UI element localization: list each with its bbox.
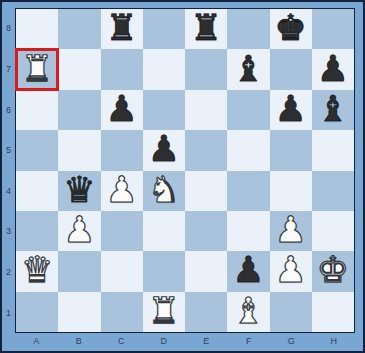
- file-label-h: H: [313, 333, 356, 349]
- rank-label-5: 5: [2, 130, 15, 171]
- file-label-c: C: [100, 333, 143, 349]
- square-g8[interactable]: ♚: [270, 9, 312, 49]
- white-bishop-f1[interactable]: ♝: [232, 293, 264, 329]
- square-e7[interactable]: [185, 49, 227, 89]
- white-pawn-b3[interactable]: ♟: [63, 212, 95, 248]
- square-a6[interactable]: [16, 90, 58, 130]
- square-e1[interactable]: [185, 292, 227, 332]
- file-label-a: A: [15, 333, 58, 349]
- file-label-e: E: [185, 333, 228, 349]
- square-b3[interactable]: ♟: [58, 211, 100, 251]
- black-bishop-h6[interactable]: ♝: [317, 91, 349, 127]
- square-b1[interactable]: [58, 292, 100, 332]
- rank-label-6: 6: [2, 89, 15, 130]
- white-pawn-c4[interactable]: ♟: [105, 172, 137, 208]
- square-h5[interactable]: [312, 130, 354, 170]
- file-label-f: F: [228, 333, 271, 349]
- square-a8[interactable]: [16, 9, 58, 49]
- square-a1[interactable]: [16, 292, 58, 332]
- file-label-d: D: [143, 333, 186, 349]
- square-h6[interactable]: ♝: [312, 90, 354, 130]
- chessboard-frame: 87654321 ♜♜♚♜♝♟♟♟♝♟♛♟♞♟♟♛♟♟♚♜♝ ABCDEFGH: [0, 0, 365, 353]
- square-f3[interactable]: [227, 211, 269, 251]
- white-pawn-g3[interactable]: ♟: [274, 212, 306, 248]
- square-b6[interactable]: [58, 90, 100, 130]
- white-king-h2[interactable]: ♚: [317, 252, 349, 288]
- white-queen-a2[interactable]: ♛: [21, 252, 53, 288]
- rank-label-3: 3: [2, 211, 15, 252]
- square-b5[interactable]: [58, 130, 100, 170]
- square-a2[interactable]: ♛: [16, 251, 58, 291]
- square-g3[interactable]: ♟: [270, 211, 312, 251]
- square-f5[interactable]: [227, 130, 269, 170]
- square-d7[interactable]: [143, 49, 185, 89]
- square-h1[interactable]: [312, 292, 354, 332]
- square-g4[interactable]: [270, 171, 312, 211]
- black-pawn-d5[interactable]: ♟: [148, 131, 180, 167]
- black-queen-b4[interactable]: ♛: [63, 172, 95, 208]
- square-a7-highlighted[interactable]: ♜: [16, 49, 58, 89]
- square-b4[interactable]: ♛: [58, 171, 100, 211]
- square-c7[interactable]: [101, 49, 143, 89]
- square-e4[interactable]: [185, 171, 227, 211]
- square-d8[interactable]: [143, 9, 185, 49]
- square-d4[interactable]: ♞: [143, 171, 185, 211]
- rank-label-8: 8: [2, 8, 15, 49]
- square-a4[interactable]: [16, 171, 58, 211]
- square-a5[interactable]: [16, 130, 58, 170]
- square-d2[interactable]: [143, 251, 185, 291]
- square-g7[interactable]: [270, 49, 312, 89]
- square-d5[interactable]: ♟: [143, 130, 185, 170]
- file-labels: ABCDEFGH: [15, 333, 355, 349]
- square-g5[interactable]: [270, 130, 312, 170]
- square-f4[interactable]: [227, 171, 269, 211]
- square-c5[interactable]: [101, 130, 143, 170]
- file-label-g: G: [270, 333, 313, 349]
- rank-label-4: 4: [2, 171, 15, 212]
- black-pawn-c6[interactable]: ♟: [105, 91, 137, 127]
- square-e3[interactable]: [185, 211, 227, 251]
- rank-label-1: 1: [2, 292, 15, 333]
- square-g6[interactable]: ♟: [270, 90, 312, 130]
- square-g2[interactable]: ♟: [270, 251, 312, 291]
- square-b2[interactable]: [58, 251, 100, 291]
- square-b8[interactable]: [58, 9, 100, 49]
- square-c3[interactable]: [101, 211, 143, 251]
- chess-board: ♜♜♚♜♝♟♟♟♝♟♛♟♞♟♟♛♟♟♚♜♝: [15, 8, 355, 333]
- white-knight-d4[interactable]: ♞: [148, 172, 180, 208]
- square-c4[interactable]: ♟: [101, 171, 143, 211]
- square-c6[interactable]: ♟: [101, 90, 143, 130]
- black-king-g8[interactable]: ♚: [274, 10, 306, 46]
- square-f1[interactable]: ♝: [227, 292, 269, 332]
- square-f8[interactable]: [227, 9, 269, 49]
- square-b7[interactable]: [58, 49, 100, 89]
- square-a3[interactable]: [16, 211, 58, 251]
- black-bishop-f7[interactable]: ♝: [232, 51, 264, 87]
- square-h8[interactable]: [312, 9, 354, 49]
- white-pawn-g2[interactable]: ♟: [274, 252, 306, 288]
- black-rook-c8[interactable]: ♜: [105, 10, 137, 46]
- square-h4[interactable]: [312, 171, 354, 211]
- square-h7[interactable]: ♟: [312, 49, 354, 89]
- square-f7[interactable]: ♝: [227, 49, 269, 89]
- black-rook-e8[interactable]: ♜: [190, 10, 222, 46]
- square-e5[interactable]: [185, 130, 227, 170]
- square-c2[interactable]: [101, 251, 143, 291]
- square-d3[interactable]: [143, 211, 185, 251]
- white-rook-d1[interactable]: ♜: [148, 293, 180, 329]
- square-g1[interactable]: [270, 292, 312, 332]
- file-label-b: B: [58, 333, 101, 349]
- black-pawn-f2[interactable]: ♟: [232, 252, 264, 288]
- black-pawn-g6[interactable]: ♟: [274, 91, 306, 127]
- square-e2[interactable]: [185, 251, 227, 291]
- rank-label-7: 7: [2, 49, 15, 90]
- square-f2[interactable]: ♟: [227, 251, 269, 291]
- rank-labels: 87654321: [2, 8, 15, 333]
- square-d6[interactable]: [143, 90, 185, 130]
- square-h3[interactable]: [312, 211, 354, 251]
- square-c1[interactable]: [101, 292, 143, 332]
- square-h2[interactable]: ♚: [312, 251, 354, 291]
- square-e8[interactable]: ♜: [185, 9, 227, 49]
- rank-label-2: 2: [2, 252, 15, 293]
- square-c8[interactable]: ♜: [101, 9, 143, 49]
- square-e6[interactable]: [185, 90, 227, 130]
- black-pawn-h7[interactable]: ♟: [317, 51, 349, 87]
- white-rook-a7[interactable]: ♜: [21, 51, 53, 87]
- square-d1[interactable]: ♜: [143, 292, 185, 332]
- square-f6[interactable]: [227, 90, 269, 130]
